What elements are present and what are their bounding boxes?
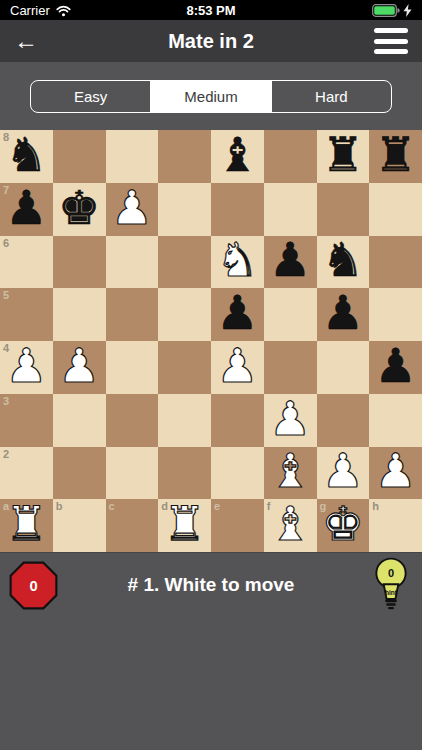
square-h7[interactable] [369,183,422,236]
hint-bulb-button[interactable]: 0 hint [369,555,413,615]
square-b7[interactable]: ♚ [53,183,106,236]
white-pawn-b4[interactable]: ♟ [58,342,100,389]
nav-bar: ← Mate in 2 [0,20,422,62]
black-knight-g6[interactable]: ♞ [322,236,364,283]
square-d3[interactable] [158,394,211,447]
hamburger-menu-button[interactable] [374,28,408,54]
page-title: Mate in 2 [0,30,422,53]
black-pawn-a7[interactable]: ♟ [5,184,47,231]
square-c5[interactable] [106,288,159,341]
square-f5[interactable] [264,288,317,341]
square-a6[interactable]: 6 [0,236,53,289]
square-b4[interactable]: ♟ [53,341,106,394]
white-knight-e6[interactable]: ♞ [216,236,258,283]
square-a5[interactable]: 5 [0,288,53,341]
square-g3[interactable] [317,394,370,447]
square-d6[interactable] [158,236,211,289]
square-f8[interactable] [264,130,317,183]
black-pawn-e5[interactable]: ♟ [216,289,258,336]
wifi-icon [55,4,72,17]
black-pawn-f6[interactable]: ♟ [269,236,311,283]
square-h5[interactable] [369,288,422,341]
square-h1[interactable]: h [369,499,422,552]
white-bishop-f1[interactable]: ♝ [269,500,311,547]
square-f6[interactable]: ♟ [264,236,317,289]
status-bar: Carrier 8:53 PM [0,0,422,20]
square-f7[interactable] [264,183,317,236]
square-a4[interactable]: 4♟ [0,341,53,394]
charging-bolt-icon [403,4,412,17]
hamburger-bar [374,49,408,54]
tab-medium[interactable]: Medium [150,81,270,112]
white-pawn-a4[interactable]: ♟ [5,342,47,389]
square-c3[interactable] [106,394,159,447]
square-a3[interactable]: 3 [0,394,53,447]
square-e7[interactable] [211,183,264,236]
white-pawn-e4[interactable]: ♟ [216,342,258,389]
square-c4[interactable] [106,341,159,394]
square-d7[interactable] [158,183,211,236]
black-knight-a8[interactable]: ♞ [5,131,47,178]
square-b6[interactable] [53,236,106,289]
white-rook-a1[interactable]: ♜ [5,500,47,547]
square-h3[interactable] [369,394,422,447]
square-f1[interactable]: f♝ [264,499,317,552]
black-rook-h8[interactable]: ♜ [375,131,417,178]
move-prompt: # 1. White to move [0,574,422,596]
square-f3[interactable]: ♟ [264,394,317,447]
square-c6[interactable] [106,236,159,289]
square-e8[interactable]: ♝ [211,130,264,183]
square-g1[interactable]: g♚ [317,499,370,552]
square-d8[interactable] [158,130,211,183]
square-h4[interactable]: ♟ [369,341,422,394]
battery-icon [372,4,400,17]
square-b1[interactable]: b [53,499,106,552]
square-a7[interactable]: 7♟ [0,183,53,236]
black-rook-g8[interactable]: ♜ [322,131,364,178]
square-g2[interactable]: ♟ [317,447,370,500]
white-bishop-f2[interactable]: ♝ [269,447,311,494]
square-g6[interactable]: ♞ [317,236,370,289]
white-pawn-c7[interactable]: ♟ [111,184,153,231]
black-pawn-h4[interactable]: ♟ [375,342,417,389]
coord-label-e: e [214,500,220,512]
square-d1[interactable]: d♜ [158,499,211,552]
coord-label-h: h [372,500,379,512]
square-h6[interactable] [369,236,422,289]
square-g4[interactable] [317,341,370,394]
white-pawn-g2[interactable]: ♟ [322,447,364,494]
square-h2[interactable]: ♟ [369,447,422,500]
square-c7[interactable]: ♟ [106,183,159,236]
square-b5[interactable] [53,288,106,341]
square-b3[interactable] [53,394,106,447]
hamburger-bar [374,39,408,44]
carrier-label: Carrier [10,3,50,18]
coord-label-3: 3 [3,395,9,407]
square-a1[interactable]: a♜ [0,499,53,552]
coord-label-c: c [109,500,115,512]
tab-easy[interactable]: Easy [31,81,150,112]
black-king-b7[interactable]: ♚ [58,184,100,231]
bottom-area: 0 # 1. White to move 0 hint [0,552,422,750]
square-e3[interactable] [211,394,264,447]
square-c2[interactable] [106,447,159,500]
square-d2[interactable] [158,447,211,500]
square-e5[interactable]: ♟ [211,288,264,341]
puzzle-status-bar: 0 # 1. White to move 0 hint [0,553,422,617]
back-button[interactable]: ← [14,29,38,53]
square-d5[interactable] [158,288,211,341]
square-b2[interactable] [53,447,106,500]
coord-label-5: 5 [3,289,9,301]
square-e6[interactable]: ♞ [211,236,264,289]
hint-count: 0 [388,567,394,579]
black-pawn-g5[interactable]: ♟ [322,289,364,336]
square-e2[interactable] [211,447,264,500]
square-g7[interactable] [317,183,370,236]
white-pawn-h2[interactable]: ♟ [375,447,417,494]
square-g5[interactable]: ♟ [317,288,370,341]
square-e4[interactable]: ♟ [211,341,264,394]
hint-label: hint [385,589,398,596]
coord-label-2: 2 [3,448,9,460]
coord-label-6: 6 [3,237,9,249]
coord-label-b: b [56,500,63,512]
difficulty-section: Easy Medium Hard [0,62,422,130]
square-h8[interactable]: ♜ [369,130,422,183]
white-rook-d1[interactable]: ♜ [164,500,206,547]
tab-hard[interactable]: Hard [271,81,391,112]
white-king-g1[interactable]: ♚ [322,500,364,547]
app-screen: Carrier 8:53 PM ← Mate in 2 [0,0,422,750]
square-f2[interactable]: ♝ [264,447,317,500]
hamburger-bar [374,28,408,33]
square-c1[interactable]: c [106,499,159,552]
chess-board: 8♞♝♜♜7♟♚♟6♞♟♞5♟♟4♟♟♟♟3♟2♝♟♟a♜bcd♜ef♝g♚h [0,130,422,552]
white-pawn-f3[interactable]: ♟ [269,395,311,442]
square-a8[interactable]: 8♞ [0,130,53,183]
difficulty-segmented-control: Easy Medium Hard [30,80,392,113]
square-b8[interactable] [53,130,106,183]
square-g8[interactable]: ♜ [317,130,370,183]
square-c8[interactable] [106,130,159,183]
square-d4[interactable] [158,341,211,394]
square-a2[interactable]: 2 [0,447,53,500]
black-bishop-e8[interactable]: ♝ [216,131,258,178]
square-e1[interactable]: e [211,499,264,552]
square-f4[interactable] [264,341,317,394]
